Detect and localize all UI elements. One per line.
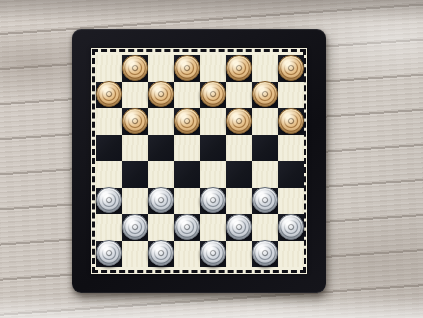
light-square-r7c7 bbox=[252, 214, 278, 241]
gold-man-square-8[interactable] bbox=[252, 81, 278, 107]
board-grid bbox=[96, 55, 302, 267]
square-7[interactable] bbox=[200, 82, 226, 109]
light-square-r1c3 bbox=[148, 55, 174, 82]
light-square-r6c8 bbox=[278, 188, 304, 215]
light-square-r1c5 bbox=[200, 55, 226, 82]
square-31[interactable] bbox=[200, 241, 226, 268]
square-6[interactable] bbox=[148, 82, 174, 109]
square-1[interactable] bbox=[122, 55, 148, 82]
light-square-r1c1 bbox=[96, 55, 122, 82]
square-23[interactable] bbox=[200, 188, 226, 215]
square-4[interactable] bbox=[278, 55, 304, 82]
square-24[interactable] bbox=[252, 188, 278, 215]
checkers-board bbox=[72, 29, 326, 293]
silver-man-square-30[interactable] bbox=[148, 240, 174, 266]
light-square-r7c3 bbox=[148, 214, 174, 241]
light-square-r2c2 bbox=[122, 82, 148, 109]
wood-table-background bbox=[0, 0, 423, 318]
square-2[interactable] bbox=[174, 55, 200, 82]
square-27[interactable] bbox=[226, 214, 252, 241]
square-29[interactable] bbox=[96, 241, 122, 268]
light-square-r4c8 bbox=[278, 135, 304, 162]
light-square-r8c2 bbox=[122, 241, 148, 268]
square-15[interactable] bbox=[200, 135, 226, 162]
light-square-r7c1 bbox=[96, 214, 122, 241]
square-8[interactable] bbox=[252, 82, 278, 109]
light-square-r8c4 bbox=[174, 241, 200, 268]
square-18[interactable] bbox=[174, 161, 200, 188]
light-square-r6c4 bbox=[174, 188, 200, 215]
silver-man-square-25[interactable] bbox=[122, 214, 148, 240]
silver-man-square-29[interactable] bbox=[96, 240, 122, 266]
gold-man-square-4[interactable] bbox=[278, 55, 304, 81]
light-square-r3c5 bbox=[200, 108, 226, 135]
light-square-r2c4 bbox=[174, 82, 200, 109]
silver-man-square-21[interactable] bbox=[96, 187, 122, 213]
square-19[interactable] bbox=[226, 161, 252, 188]
light-square-r5c1 bbox=[96, 161, 122, 188]
square-17[interactable] bbox=[122, 161, 148, 188]
light-square-r3c7 bbox=[252, 108, 278, 135]
square-21[interactable] bbox=[96, 188, 122, 215]
silver-man-square-27[interactable] bbox=[226, 214, 252, 240]
square-28[interactable] bbox=[278, 214, 304, 241]
light-square-r3c1 bbox=[96, 108, 122, 135]
square-11[interactable] bbox=[226, 108, 252, 135]
gold-man-square-7[interactable] bbox=[200, 81, 226, 107]
gold-man-square-5[interactable] bbox=[96, 81, 122, 107]
silver-man-square-22[interactable] bbox=[148, 187, 174, 213]
gold-man-square-9[interactable] bbox=[122, 108, 148, 134]
silver-man-square-32[interactable] bbox=[252, 240, 278, 266]
gold-man-square-6[interactable] bbox=[148, 81, 174, 107]
light-square-r8c8 bbox=[278, 241, 304, 268]
light-square-r2c8 bbox=[278, 82, 304, 109]
light-square-r5c5 bbox=[200, 161, 226, 188]
light-square-r6c6 bbox=[226, 188, 252, 215]
square-3[interactable] bbox=[226, 55, 252, 82]
light-square-r1c7 bbox=[252, 55, 278, 82]
light-square-r8c6 bbox=[226, 241, 252, 268]
square-16[interactable] bbox=[252, 135, 278, 162]
square-9[interactable] bbox=[122, 108, 148, 135]
light-square-r4c4 bbox=[174, 135, 200, 162]
silver-man-square-23[interactable] bbox=[200, 187, 226, 213]
square-32[interactable] bbox=[252, 241, 278, 268]
light-square-r5c7 bbox=[252, 161, 278, 188]
light-square-r2c6 bbox=[226, 82, 252, 109]
silver-man-square-28[interactable] bbox=[278, 214, 304, 240]
gold-man-square-10[interactable] bbox=[174, 108, 200, 134]
gold-man-square-2[interactable] bbox=[174, 55, 200, 81]
square-12[interactable] bbox=[278, 108, 304, 135]
square-10[interactable] bbox=[174, 108, 200, 135]
light-square-r3c3 bbox=[148, 108, 174, 135]
light-square-r7c5 bbox=[200, 214, 226, 241]
square-26[interactable] bbox=[174, 214, 200, 241]
light-square-r4c2 bbox=[122, 135, 148, 162]
light-square-r4c6 bbox=[226, 135, 252, 162]
square-5[interactable] bbox=[96, 82, 122, 109]
square-20[interactable] bbox=[278, 161, 304, 188]
gold-man-square-11[interactable] bbox=[226, 108, 252, 134]
square-13[interactable] bbox=[96, 135, 122, 162]
square-25[interactable] bbox=[122, 214, 148, 241]
light-square-r5c3 bbox=[148, 161, 174, 188]
gold-man-square-3[interactable] bbox=[226, 55, 252, 81]
board-surface bbox=[91, 48, 307, 274]
silver-man-square-26[interactable] bbox=[174, 214, 200, 240]
square-14[interactable] bbox=[148, 135, 174, 162]
square-30[interactable] bbox=[148, 241, 174, 268]
silver-man-square-31[interactable] bbox=[200, 240, 226, 266]
square-22[interactable] bbox=[148, 188, 174, 215]
gold-man-square-12[interactable] bbox=[278, 108, 304, 134]
silver-man-square-24[interactable] bbox=[252, 187, 278, 213]
light-square-r6c2 bbox=[122, 188, 148, 215]
gold-man-square-1[interactable] bbox=[122, 55, 148, 81]
